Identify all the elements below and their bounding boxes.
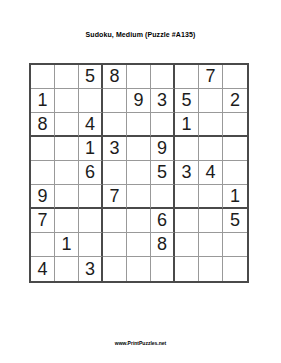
cell-r1c3: 5 xyxy=(79,65,103,89)
cell-r3c5 xyxy=(127,113,151,137)
cell-r7c1: 7 xyxy=(31,209,55,233)
cell-r8c5 xyxy=(127,233,151,257)
cell-r5c6: 5 xyxy=(151,161,175,185)
cell-r9c7 xyxy=(175,257,199,281)
cell-r2c9: 2 xyxy=(223,89,247,113)
cell-r3c7: 1 xyxy=(175,113,199,137)
cell-r8c2: 1 xyxy=(55,233,79,257)
cell-r2c5: 9 xyxy=(127,89,151,113)
cell-r7c4 xyxy=(103,209,127,233)
cell-r8c6: 8 xyxy=(151,233,175,257)
cell-r9c1: 4 xyxy=(31,257,55,281)
cell-r6c7 xyxy=(175,185,199,209)
cell-r3c3: 4 xyxy=(79,113,103,137)
cell-r9c6 xyxy=(151,257,175,281)
cell-r7c7 xyxy=(175,209,199,233)
cell-r3c8 xyxy=(199,113,223,137)
cell-r2c2 xyxy=(55,89,79,113)
cell-r4c2 xyxy=(55,137,79,161)
cell-r5c5 xyxy=(127,161,151,185)
cell-r3c2 xyxy=(55,113,79,137)
cell-r8c3 xyxy=(79,233,103,257)
cell-r1c5 xyxy=(127,65,151,89)
cell-r4c6: 9 xyxy=(151,137,175,161)
cell-r4c7 xyxy=(175,137,199,161)
cell-r1c4: 8 xyxy=(103,65,127,89)
page: Sudoku, Medium (Puzzle #A135) 5871935284… xyxy=(0,0,281,363)
cell-r2c7: 5 xyxy=(175,89,199,113)
puzzle-title: Sudoku, Medium (Puzzle #A135) xyxy=(0,31,281,38)
cell-r4c4: 3 xyxy=(103,137,127,161)
cell-r3c4 xyxy=(103,113,127,137)
cell-r9c2 xyxy=(55,257,79,281)
cell-r1c2 xyxy=(55,65,79,89)
cell-r8c7 xyxy=(175,233,199,257)
cell-r5c3: 6 xyxy=(79,161,103,185)
cell-r1c8: 7 xyxy=(199,65,223,89)
cell-r1c7 xyxy=(175,65,199,89)
cell-r2c8 xyxy=(199,89,223,113)
cell-r2c6: 3 xyxy=(151,89,175,113)
cell-r1c1 xyxy=(31,65,55,89)
footer-url: www.PrintPuzzles.net xyxy=(0,340,281,346)
cell-r7c9: 5 xyxy=(223,209,247,233)
cell-r6c4: 7 xyxy=(103,185,127,209)
cell-r9c9 xyxy=(223,257,247,281)
cell-r6c3 xyxy=(79,185,103,209)
cell-r7c5 xyxy=(127,209,151,233)
cell-r4c8 xyxy=(199,137,223,161)
cell-r6c5 xyxy=(127,185,151,209)
cell-r6c1: 9 xyxy=(31,185,55,209)
cell-r9c4 xyxy=(103,257,127,281)
sudoku-grid: 5871935284113965349717651843 xyxy=(29,63,249,283)
cell-r2c3 xyxy=(79,89,103,113)
cell-r7c6: 6 xyxy=(151,209,175,233)
cell-r8c1 xyxy=(31,233,55,257)
cell-r5c2 xyxy=(55,161,79,185)
cell-r5c1 xyxy=(31,161,55,185)
cell-r5c4 xyxy=(103,161,127,185)
cell-r6c6 xyxy=(151,185,175,209)
cell-r4c9 xyxy=(223,137,247,161)
cell-r9c5 xyxy=(127,257,151,281)
cell-r6c8 xyxy=(199,185,223,209)
cell-r3c9 xyxy=(223,113,247,137)
cell-r4c3: 1 xyxy=(79,137,103,161)
cell-r4c1 xyxy=(31,137,55,161)
cell-r2c1: 1 xyxy=(31,89,55,113)
cell-r8c9 xyxy=(223,233,247,257)
cell-r4c5 xyxy=(127,137,151,161)
cell-r5c7: 3 xyxy=(175,161,199,185)
cell-r6c9: 1 xyxy=(223,185,247,209)
cell-r3c6 xyxy=(151,113,175,137)
cell-r8c8 xyxy=(199,233,223,257)
cell-r5c9 xyxy=(223,161,247,185)
cell-r7c2 xyxy=(55,209,79,233)
cell-r7c8 xyxy=(199,209,223,233)
cell-r5c8: 4 xyxy=(199,161,223,185)
cell-r7c3 xyxy=(79,209,103,233)
cell-r1c6 xyxy=(151,65,175,89)
cell-r2c4 xyxy=(103,89,127,113)
cell-r8c4 xyxy=(103,233,127,257)
cell-r9c3: 3 xyxy=(79,257,103,281)
cell-r1c9 xyxy=(223,65,247,89)
cell-r6c2 xyxy=(55,185,79,209)
cell-r3c1: 8 xyxy=(31,113,55,137)
cell-r9c8 xyxy=(199,257,223,281)
